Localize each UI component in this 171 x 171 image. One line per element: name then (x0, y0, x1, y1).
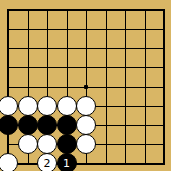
white-stone (37, 96, 57, 116)
white-stone (76, 134, 96, 154)
stones-layer: 21 (0, 0, 171, 171)
white-stone (76, 96, 96, 116)
black-stone (57, 134, 77, 154)
white-stone (0, 153, 18, 171)
white-stone (18, 134, 38, 154)
white-stone (18, 96, 38, 116)
white-stone (57, 96, 77, 116)
move-label: 1 (63, 158, 70, 169)
go-board-diagram: 21 (0, 0, 171, 171)
white-stone (37, 134, 57, 154)
black-stone: 1 (57, 153, 77, 171)
white-stone: 2 (37, 153, 57, 171)
black-stone (0, 115, 18, 135)
move-label: 2 (44, 158, 51, 169)
black-stone (57, 115, 77, 135)
black-stone (18, 115, 38, 135)
white-stone (0, 96, 18, 116)
black-stone (37, 115, 57, 135)
white-stone (76, 115, 96, 135)
